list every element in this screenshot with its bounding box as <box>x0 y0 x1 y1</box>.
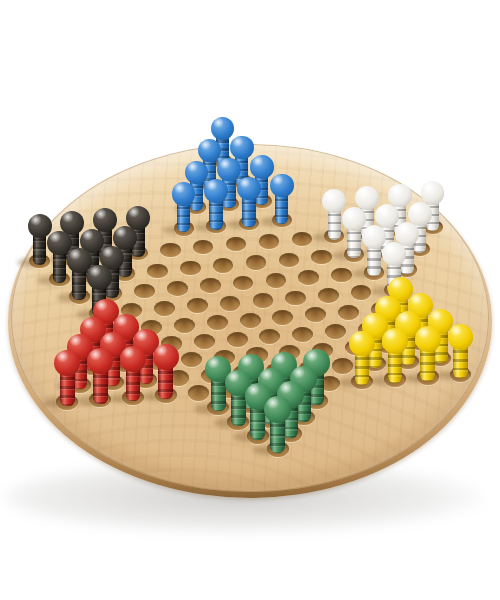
peg-blue[interactable] <box>237 177 262 227</box>
peg-yellow[interactable] <box>447 324 474 379</box>
peg-red[interactable] <box>87 348 114 404</box>
peg-ball-top <box>54 350 80 376</box>
peg-ball-top <box>415 326 441 352</box>
peg-ball-top <box>382 242 407 267</box>
peg-ball-top <box>204 179 228 203</box>
peg-red[interactable] <box>54 350 81 406</box>
peg-red[interactable] <box>152 344 179 399</box>
peg-ball-top <box>382 328 408 354</box>
chinese-checkers-product-photo <box>0 0 500 600</box>
peg-ball-top <box>349 331 375 357</box>
peg-ball-top <box>270 174 294 198</box>
peg-green[interactable] <box>264 396 292 453</box>
peg-ball-top <box>87 348 113 374</box>
peg-ball-top <box>237 177 261 201</box>
peg-body <box>367 244 381 276</box>
peg-body <box>420 347 435 381</box>
peg-body <box>126 367 141 402</box>
peg-body <box>33 233 47 265</box>
peg-red[interactable] <box>119 346 146 401</box>
peg-ball-top <box>264 396 291 423</box>
peg-blue[interactable] <box>204 179 229 229</box>
peg-body <box>209 198 222 229</box>
peg-body <box>328 208 341 240</box>
peg-yellow[interactable] <box>382 328 409 383</box>
pegs-layer <box>0 0 500 600</box>
peg-body <box>388 349 403 383</box>
peg-body <box>53 251 67 283</box>
peg-body <box>275 193 288 224</box>
peg-body <box>347 226 361 258</box>
peg-body <box>355 351 370 385</box>
peg-blue[interactable] <box>269 174 294 224</box>
peg-ball-top <box>172 182 196 206</box>
peg-ball-top <box>448 324 474 350</box>
peg-yellow[interactable] <box>349 331 376 386</box>
peg-body <box>211 377 226 412</box>
peg-body <box>60 371 75 406</box>
peg-blue[interactable] <box>171 182 196 233</box>
peg-yellow[interactable] <box>414 326 441 381</box>
peg-body <box>93 369 108 404</box>
peg-ball-top <box>87 265 112 290</box>
peg-ball-top <box>153 344 179 370</box>
peg-body <box>242 196 255 227</box>
peg-ball-top <box>120 346 146 372</box>
